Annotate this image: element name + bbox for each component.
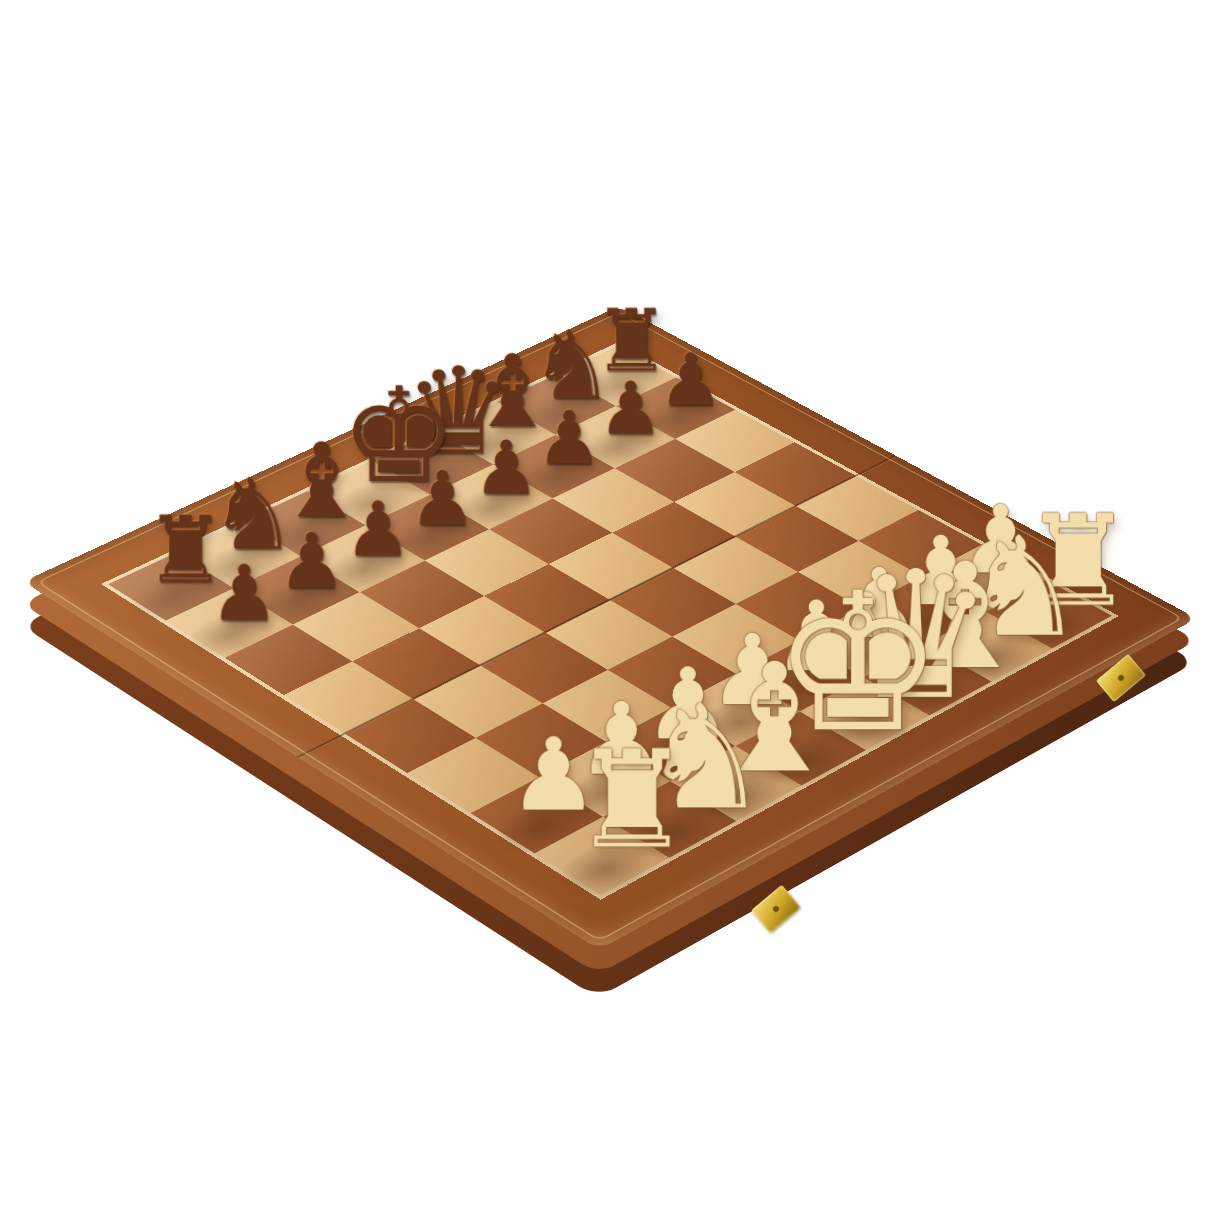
chessboard-3d: ♜♞♝♚♛♝♞♜♟♟♟♟♟♟♟♟♟♟♟♟♟♟♟♟♜♞♝♚♛♝♞♜ — [23, 306, 1196, 950]
board-grid: ♜♞♝♚♛♝♞♜♟♟♟♟♟♟♟♟♟♟♟♟♟♟♟♟♜♞♝♚♛♝♞♜ — [101, 342, 1119, 899]
product-photo: ♜♞♝♚♛♝♞♜♟♟♟♟♟♟♟♟♟♟♟♟♟♟♟♟♜♞♝♚♛♝♞♜ — [0, 0, 1214, 1214]
black-pawn: ♟ — [199, 555, 289, 632]
folding-chessboard: ♜♞♝♚♛♝♞♜♟♟♟♟♟♟♟♟♟♟♟♟♟♟♟♟♜♞♝♚♛♝♞♜ — [23, 306, 1196, 950]
white-rook: ♜ — [572, 732, 667, 866]
